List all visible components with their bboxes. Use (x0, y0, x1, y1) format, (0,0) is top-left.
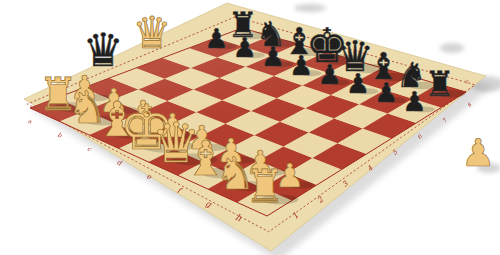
floor-shadow (294, 4, 326, 12)
piece-black-pawn-e7: ♟ (317, 59, 341, 90)
file-label-near-a: a (27, 118, 33, 125)
file-label-near-c: c (86, 145, 93, 154)
piece-black-pawn-h7: ♟ (402, 86, 426, 117)
chess-set-product-photo: aabbccddeeffgghh12345678♛♛♜♞♝♚♛♝♞♜♟♟♟♟♟♟… (0, 0, 500, 255)
piece-black-rook-h8: ♜ (424, 64, 455, 104)
piece-black-pawn-g7: ♟ (374, 77, 398, 108)
piece-white-rook-h1: ♜ (244, 160, 284, 213)
piece-black-pawn-b7: ♟ (233, 32, 257, 63)
piece-black-pawn-a7: ♟ (204, 23, 228, 54)
piece-black-pawn-c7: ♟ (261, 41, 285, 72)
piece-black-pawn-d7: ♟ (289, 50, 313, 81)
chessboard: aabbccddeeffgghh12345678♛♛♜♞♝♚♛♝♞♜♟♟♟♟♟♟… (0, 0, 500, 255)
floor-shadow (440, 43, 464, 53)
file-label-near-b: b (57, 131, 64, 139)
extra-white-queen: ♛ (132, 7, 171, 58)
piece-black-pawn-f7: ♟ (346, 68, 370, 99)
extra-white-pawn: ♟ (461, 131, 495, 175)
